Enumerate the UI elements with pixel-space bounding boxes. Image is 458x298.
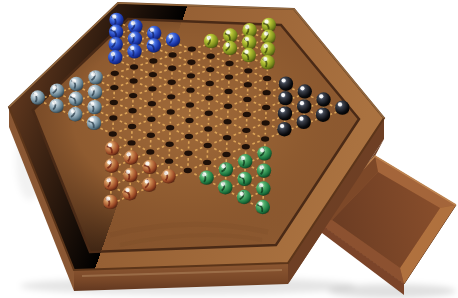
marble-blue <box>127 44 141 58</box>
marble-red <box>161 169 175 183</box>
marble-sphere <box>261 42 275 56</box>
marble-sphere <box>109 25 123 39</box>
hole <box>165 158 173 163</box>
marble-highlight <box>131 21 135 25</box>
marble-highlight <box>112 26 116 30</box>
hole <box>243 97 251 102</box>
hole <box>128 124 136 129</box>
marble-sphere <box>50 83 64 97</box>
marble-highlight <box>300 86 304 90</box>
marble-green <box>257 146 271 160</box>
marble-sphere <box>161 169 175 183</box>
marble-highlight <box>263 57 267 61</box>
marble-sphere <box>223 41 237 55</box>
marble-sphere <box>103 195 117 209</box>
marble-highlight <box>72 79 76 83</box>
marble-red <box>143 160 157 174</box>
marble-highlight <box>241 156 245 160</box>
marble-highlight <box>131 33 135 37</box>
marble-sphere <box>104 158 118 172</box>
marble-highlight <box>169 34 173 38</box>
marble-highlight <box>258 202 262 206</box>
marble-blue <box>147 38 161 52</box>
marble-highlight <box>222 164 226 168</box>
hole <box>111 71 119 76</box>
marble-olive-yellow <box>261 30 275 44</box>
marble-sphere <box>104 176 118 190</box>
marble-highlight <box>244 50 248 54</box>
marble-sphere <box>87 100 101 114</box>
marble-sphere <box>316 107 330 121</box>
chinese-checkers-scene <box>0 0 458 298</box>
hole <box>204 126 212 131</box>
product-photo-stage <box>0 0 458 298</box>
marble-black <box>316 107 330 121</box>
marble-green <box>238 154 252 168</box>
hole <box>167 109 175 114</box>
marble-red <box>103 195 117 209</box>
marble-red <box>104 158 118 172</box>
hole <box>225 74 233 79</box>
marble-red <box>105 141 119 155</box>
marble-highlight <box>245 25 249 29</box>
marble-sphere <box>298 84 312 98</box>
hole <box>110 85 118 90</box>
marble-olive-yellow <box>242 35 256 49</box>
hole <box>130 78 138 83</box>
hole <box>205 95 213 100</box>
marble-silver-gray <box>88 85 102 99</box>
marble-sphere <box>219 162 233 176</box>
hole <box>168 66 176 71</box>
hole <box>223 135 231 140</box>
marble-highlight <box>207 36 211 40</box>
hole <box>242 128 250 133</box>
hole <box>261 136 269 141</box>
hole <box>188 46 196 51</box>
marble-highlight <box>264 20 268 24</box>
marble-highlight <box>90 118 94 122</box>
hole <box>148 86 156 91</box>
marble-highlight <box>202 172 206 176</box>
marble-blue <box>128 31 142 45</box>
marble-sphere <box>124 150 138 164</box>
marble-sphere <box>256 181 270 195</box>
hole <box>263 90 271 95</box>
marble-highlight <box>52 101 56 105</box>
marble-sphere <box>147 38 161 52</box>
hole <box>148 101 156 106</box>
hole <box>109 115 117 120</box>
marble-olive-yellow <box>261 42 275 56</box>
marble-sphere <box>127 44 141 58</box>
marble-sphere <box>204 34 218 48</box>
marble-sphere <box>316 92 330 106</box>
marble-black <box>277 122 291 136</box>
hole <box>263 76 271 81</box>
marble-red <box>142 178 156 192</box>
marble-black <box>278 91 292 105</box>
hole <box>166 141 174 146</box>
marble-sphere <box>69 77 83 91</box>
marble-highlight <box>111 39 115 43</box>
marble-sphere <box>297 115 311 129</box>
marble-highlight <box>300 101 304 105</box>
hole <box>243 112 251 117</box>
marble-black <box>298 84 312 98</box>
hole <box>242 144 250 149</box>
board-body <box>9 3 384 291</box>
hole <box>186 102 194 107</box>
hole <box>167 94 175 99</box>
hole <box>187 73 195 78</box>
marble-green <box>237 190 251 204</box>
marble-blue <box>166 33 180 47</box>
marble-sphere <box>257 146 271 160</box>
hole <box>166 125 174 130</box>
marble-highlight <box>282 78 286 82</box>
hole <box>185 134 193 139</box>
hole <box>184 168 192 173</box>
hole <box>206 81 214 86</box>
hole <box>109 131 117 136</box>
hole <box>184 151 192 156</box>
marble-highlight <box>126 170 130 174</box>
hole <box>147 117 155 122</box>
marble-highlight <box>264 31 268 35</box>
marble-sphere <box>279 76 293 90</box>
marble-silver-gray <box>68 107 82 121</box>
marble-highlight <box>130 46 134 50</box>
hole <box>187 59 195 64</box>
marble-olive-yellow <box>223 41 237 55</box>
marble-highlight <box>281 93 285 97</box>
hole <box>207 54 215 59</box>
marble-sphere <box>128 31 142 45</box>
marble-sphere <box>142 178 156 192</box>
marble-green <box>256 200 270 214</box>
marble-silver-gray <box>87 116 101 130</box>
marble-blue <box>109 25 123 39</box>
marble-sphere <box>260 55 274 69</box>
marble-highlight <box>221 182 225 186</box>
marble-sphere <box>297 99 311 113</box>
marble-highlight <box>280 124 284 128</box>
marble-silver-gray <box>69 92 83 106</box>
marble-highlight <box>91 72 95 76</box>
marble-green <box>257 163 271 177</box>
marble-highlight <box>111 52 115 56</box>
marble-sphere <box>147 26 161 40</box>
marble-sphere <box>237 190 251 204</box>
marble-highlight <box>145 179 149 183</box>
hole <box>129 108 137 113</box>
marble-sphere <box>257 163 271 177</box>
marble-silver-gray <box>88 70 102 84</box>
marble-black <box>278 106 292 120</box>
marble-sphere <box>88 85 102 99</box>
hole <box>224 89 232 94</box>
marble-olive-yellow <box>204 34 218 48</box>
marble-highlight <box>281 108 285 112</box>
marble-highlight <box>338 102 342 106</box>
marble-highlight <box>127 152 131 156</box>
marble-blue <box>147 26 161 40</box>
marble-black <box>297 115 311 129</box>
marble-blue <box>108 37 122 51</box>
marble-blue <box>108 50 122 64</box>
hole <box>205 111 213 116</box>
marble-black <box>279 76 293 90</box>
marble-highlight <box>90 102 94 106</box>
marble-silver-gray <box>30 90 44 104</box>
hole <box>130 64 138 69</box>
marble-highlight <box>259 183 263 187</box>
hole <box>224 104 232 109</box>
marble-black <box>335 100 349 114</box>
marble-sphere <box>238 154 252 168</box>
hole <box>204 143 212 148</box>
marble-highlight <box>319 109 323 113</box>
marble-sphere <box>199 170 213 184</box>
marble-highlight <box>107 160 111 164</box>
hole <box>225 61 233 66</box>
marble-highlight <box>125 188 129 192</box>
marble-olive-yellow <box>242 48 256 62</box>
hole <box>222 152 230 157</box>
marble-red <box>123 186 137 200</box>
hole <box>262 105 270 110</box>
marble-sphere <box>278 91 292 105</box>
marble-green <box>218 180 232 194</box>
marble-highlight <box>149 40 153 44</box>
hole <box>110 100 118 105</box>
marble-red <box>124 150 138 164</box>
marble-highlight <box>164 171 168 175</box>
marble-highlight <box>245 37 249 41</box>
hole <box>185 118 193 123</box>
marble-green <box>219 162 233 176</box>
marble-sphere <box>166 33 180 47</box>
marble-sphere <box>218 180 232 194</box>
marble-sphere <box>278 106 292 120</box>
hole <box>206 67 214 72</box>
hole <box>203 160 211 165</box>
marble-highlight <box>71 109 75 113</box>
marble-highlight <box>299 117 303 121</box>
marble-silver-gray <box>87 100 101 114</box>
marble-sphere <box>123 168 137 182</box>
marble-highlight <box>53 85 57 89</box>
marble-sphere <box>30 90 44 104</box>
marble-green <box>256 181 270 195</box>
marble-silver-gray <box>50 83 64 97</box>
marble-sphere <box>277 122 291 136</box>
marble-highlight <box>264 44 268 48</box>
marble-sphere <box>335 100 349 114</box>
marble-black <box>316 92 330 106</box>
hole <box>149 58 157 63</box>
marble-silver-gray <box>69 77 83 91</box>
marble-highlight <box>71 94 75 98</box>
marble-olive-yellow <box>260 55 274 69</box>
marble-black <box>297 99 311 113</box>
marble-highlight <box>150 28 154 32</box>
marble-highlight <box>108 143 112 147</box>
marble-highlight <box>145 162 149 166</box>
marble-sphere <box>143 160 157 174</box>
marble-red <box>123 168 137 182</box>
marble-sphere <box>88 70 102 84</box>
marble-highlight <box>226 30 230 34</box>
marble-highlight <box>319 94 323 98</box>
hole <box>186 87 194 92</box>
marble-sphere <box>108 37 122 51</box>
marble-highlight <box>260 165 264 169</box>
marble-sphere <box>49 99 63 113</box>
hole <box>244 82 252 87</box>
hole <box>262 120 270 125</box>
hole <box>129 93 137 98</box>
marble-olive-yellow <box>223 28 237 42</box>
hole <box>244 68 252 73</box>
marble-highlight <box>112 15 116 19</box>
marble-highlight <box>107 178 111 182</box>
marble-sphere <box>242 35 256 49</box>
marble-highlight <box>226 43 230 47</box>
marble-green <box>237 172 251 186</box>
hole <box>168 80 176 85</box>
marble-green <box>199 170 213 184</box>
marble-sphere <box>261 30 275 44</box>
hole <box>223 119 231 124</box>
hole <box>147 133 155 138</box>
hole <box>149 72 157 77</box>
hole <box>146 149 154 154</box>
hole <box>168 52 176 57</box>
marble-highlight <box>260 148 264 152</box>
marble-red <box>104 176 118 190</box>
marble-highlight <box>240 174 244 178</box>
marble-highlight <box>33 92 37 96</box>
marble-sphere <box>68 107 82 121</box>
hole <box>127 140 135 145</box>
marble-sphere <box>108 50 122 64</box>
marble-silver-gray <box>49 99 63 113</box>
marble-highlight <box>106 197 110 201</box>
marble-highlight <box>240 192 244 196</box>
marble-highlight <box>91 87 95 91</box>
